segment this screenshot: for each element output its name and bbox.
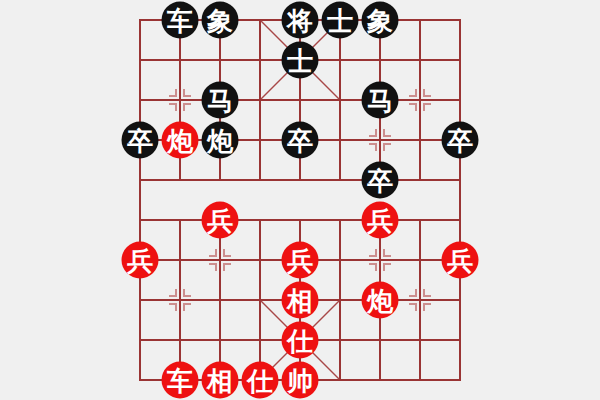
point-marker bbox=[169, 289, 191, 311]
point-marker-corner bbox=[423, 89, 431, 97]
board-background: 车象将士象士马马卒炮炮卒卒卒兵兵兵兵兵相炮仕车相仕帅 bbox=[0, 0, 600, 400]
point-marker-corner bbox=[223, 263, 231, 271]
black-soldier[interactable]: 卒 bbox=[282, 122, 319, 159]
red-soldier[interactable]: 兵 bbox=[442, 242, 479, 279]
black-elephant[interactable]: 象 bbox=[202, 2, 239, 39]
board-cell bbox=[419, 339, 461, 381]
black-soldier[interactable]: 卒 bbox=[122, 122, 159, 159]
point-marker-corner bbox=[223, 249, 231, 257]
point-marker-corner bbox=[183, 89, 191, 97]
board-cell bbox=[259, 179, 299, 219]
point-marker-corner bbox=[423, 303, 431, 311]
black-advisor[interactable]: 士 bbox=[322, 2, 359, 39]
black-horse[interactable]: 马 bbox=[362, 82, 399, 119]
point-marker-corner bbox=[183, 303, 191, 311]
point-marker bbox=[409, 289, 431, 311]
point-marker-corner bbox=[383, 263, 391, 271]
red-cannon[interactable]: 炮 bbox=[362, 282, 399, 319]
point-marker bbox=[369, 249, 391, 271]
point-marker-corner bbox=[409, 89, 417, 97]
red-soldier[interactable]: 兵 bbox=[282, 242, 319, 279]
point-marker-corner bbox=[409, 289, 417, 297]
point-marker-corner bbox=[169, 89, 177, 97]
black-cannon[interactable]: 炮 bbox=[202, 122, 239, 159]
board-cell bbox=[139, 179, 179, 219]
point-marker-corner bbox=[209, 263, 217, 271]
red-soldier[interactable]: 兵 bbox=[202, 202, 239, 239]
red-advisor[interactable]: 仕 bbox=[282, 322, 319, 359]
board-cell bbox=[379, 339, 419, 381]
black-elephant[interactable]: 象 bbox=[362, 2, 399, 39]
point-marker-corner bbox=[369, 143, 377, 151]
point-marker-corner bbox=[183, 103, 191, 111]
point-marker bbox=[369, 129, 391, 151]
point-marker-corner bbox=[169, 103, 177, 111]
red-soldier[interactable]: 兵 bbox=[362, 202, 399, 239]
black-soldier[interactable]: 卒 bbox=[442, 122, 479, 159]
point-marker-corner bbox=[169, 303, 177, 311]
point-marker-corner bbox=[423, 103, 431, 111]
red-chariot[interactable]: 车 bbox=[162, 362, 199, 399]
point-marker-corner bbox=[369, 263, 377, 271]
point-marker-corner bbox=[169, 289, 177, 297]
red-elephant[interactable]: 相 bbox=[202, 362, 239, 399]
red-soldier[interactable]: 兵 bbox=[122, 242, 159, 279]
point-marker-corner bbox=[369, 129, 377, 137]
board-cell bbox=[219, 299, 259, 339]
red-elephant[interactable]: 相 bbox=[282, 282, 319, 319]
black-general[interactable]: 将 bbox=[282, 2, 319, 39]
point-marker-corner bbox=[209, 249, 217, 257]
black-horse[interactable]: 马 bbox=[202, 82, 239, 119]
point-marker bbox=[409, 89, 431, 111]
board-cell bbox=[299, 179, 339, 219]
point-marker-corner bbox=[383, 129, 391, 137]
red-general[interactable]: 帅 bbox=[282, 362, 319, 399]
point-marker-corner bbox=[423, 289, 431, 297]
black-chariot[interactable]: 车 bbox=[162, 2, 199, 39]
red-cannon[interactable]: 炮 bbox=[162, 122, 199, 159]
point-marker bbox=[209, 249, 231, 271]
point-marker-corner bbox=[183, 289, 191, 297]
red-advisor[interactable]: 仕 bbox=[242, 362, 279, 399]
board-cell bbox=[419, 19, 461, 59]
point-marker-corner bbox=[409, 103, 417, 111]
black-soldier[interactable]: 卒 bbox=[362, 162, 399, 199]
black-advisor[interactable]: 士 bbox=[282, 42, 319, 79]
point-marker-corner bbox=[383, 143, 391, 151]
point-marker-corner bbox=[369, 249, 377, 257]
point-marker-corner bbox=[409, 303, 417, 311]
point-marker-corner bbox=[383, 249, 391, 257]
point-marker bbox=[169, 89, 191, 111]
board-cell bbox=[419, 179, 461, 219]
board-cell bbox=[339, 339, 379, 381]
